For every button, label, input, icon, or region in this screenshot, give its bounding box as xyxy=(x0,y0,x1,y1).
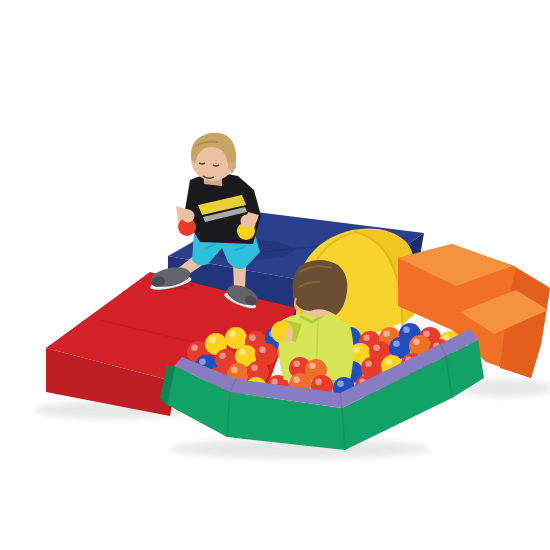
ball-highlight xyxy=(251,365,258,372)
ball-highlight xyxy=(259,347,266,354)
ball-highlight xyxy=(293,361,300,368)
ball-highlight xyxy=(373,345,380,352)
ball-highlight xyxy=(383,331,390,338)
ball-highlight xyxy=(209,337,216,344)
ball-highlight xyxy=(315,379,322,386)
ball-highlight xyxy=(403,327,410,334)
soft-play-scene xyxy=(0,0,550,550)
ball-highlight xyxy=(365,361,372,368)
ball-highlight xyxy=(337,381,344,388)
ball-highlight xyxy=(393,341,400,348)
boy-right-hand xyxy=(182,210,195,223)
ball-highlight xyxy=(219,353,226,360)
product-photo xyxy=(0,0,550,550)
ball-highlight xyxy=(413,339,420,346)
ball-highlight xyxy=(309,363,316,370)
ball-highlight xyxy=(229,331,236,338)
boy-ear xyxy=(228,162,236,170)
ball-highlight xyxy=(293,377,300,384)
ball-highlight xyxy=(353,347,360,354)
ball-highlight xyxy=(231,367,238,374)
ball-highlight xyxy=(191,345,198,352)
ball-highlight xyxy=(249,335,256,342)
ball-highlight xyxy=(363,335,370,342)
toddler-hair xyxy=(292,260,347,315)
ball-highlight xyxy=(239,349,246,356)
ball-highlight xyxy=(199,359,206,366)
boy-left-hand xyxy=(241,215,254,228)
ball-highlight xyxy=(385,359,392,366)
